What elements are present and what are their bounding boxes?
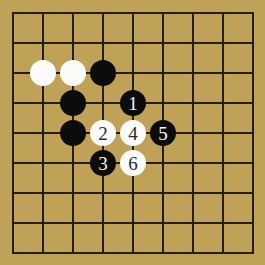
black-stone-move-5: 5 (150, 120, 176, 146)
move-number-label: 6 (128, 154, 138, 173)
black-stone-move-1: 1 (120, 90, 146, 116)
black-stone-move-3: 3 (90, 150, 116, 176)
move-number-label: 2 (98, 124, 108, 143)
grid-line-horizontal-1 (12, 12, 254, 14)
move-number-label: 1 (128, 94, 138, 113)
white-stone (60, 60, 86, 86)
black-stone (90, 60, 116, 86)
go-diagram: 124536 (0, 0, 265, 265)
grid-line-horizontal-8 (12, 222, 254, 224)
go-board[interactable]: 124536 (0, 0, 265, 265)
white-stone-move-4: 4 (120, 120, 146, 146)
move-number-label: 5 (158, 124, 168, 143)
white-stone-move-6: 6 (120, 150, 146, 176)
white-stone-move-2: 2 (90, 120, 116, 146)
white-stone (30, 60, 56, 86)
grid-line-horizontal-2 (12, 42, 254, 44)
grid-line-horizontal-9 (12, 252, 254, 254)
grid-line-horizontal-7 (12, 192, 254, 194)
move-number-label: 4 (128, 124, 138, 143)
black-stone (60, 120, 86, 146)
move-number-label: 3 (98, 154, 108, 173)
black-stone (60, 90, 86, 116)
